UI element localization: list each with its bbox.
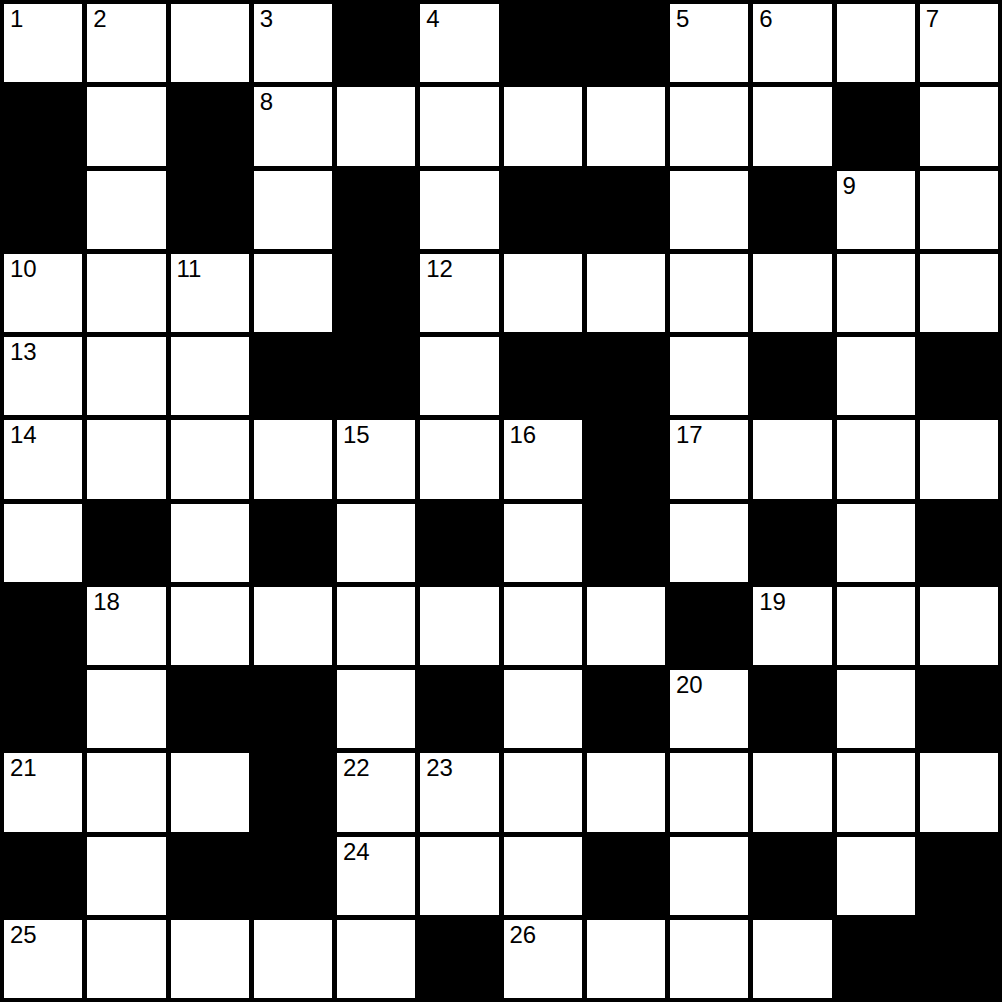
block-cell-r4c9 xyxy=(753,337,831,415)
cell-r8c6[interactable] xyxy=(504,670,582,748)
cell-r2c3[interactable] xyxy=(254,171,332,249)
cell-r4c5[interactable] xyxy=(420,337,498,415)
block-cell-r8c3 xyxy=(254,670,332,748)
cell-r3c10[interactable] xyxy=(837,254,915,332)
block-cell-r1c10 xyxy=(837,87,915,165)
cell-r3c9[interactable] xyxy=(753,254,831,332)
cell-r2c5[interactable] xyxy=(420,171,498,249)
cell-r4c1[interactable] xyxy=(87,337,165,415)
cell-r8c8[interactable]: 20 xyxy=(670,670,748,748)
cell-r7c2[interactable] xyxy=(171,587,249,665)
block-cell-r11c11 xyxy=(920,920,998,998)
cell-r1c8[interactable] xyxy=(670,87,748,165)
cell-r0c2[interactable] xyxy=(171,4,249,82)
clue-number-15: 15 xyxy=(343,421,370,449)
cell-r0c10[interactable] xyxy=(837,4,915,82)
block-cell-r6c11 xyxy=(920,504,998,582)
block-cell-r11c10 xyxy=(837,920,915,998)
clue-number-3: 3 xyxy=(260,5,273,33)
cell-r9c8[interactable] xyxy=(670,753,748,831)
cell-r7c3[interactable] xyxy=(254,587,332,665)
cell-r3c1[interactable] xyxy=(87,254,165,332)
block-cell-r10c3 xyxy=(254,837,332,915)
cell-r0c3[interactable]: 3 xyxy=(254,4,332,82)
cell-r5c10[interactable] xyxy=(837,420,915,498)
cell-r11c1[interactable] xyxy=(87,920,165,998)
clue-number-26: 26 xyxy=(510,921,537,949)
cell-r3c6[interactable] xyxy=(504,254,582,332)
cell-r10c6[interactable] xyxy=(504,837,582,915)
clue-number-4: 4 xyxy=(426,5,439,33)
cell-r3c7[interactable] xyxy=(587,254,665,332)
clue-number-10: 10 xyxy=(10,255,37,283)
cell-r5c11[interactable] xyxy=(920,420,998,498)
cell-r5c0[interactable]: 14 xyxy=(4,420,82,498)
cell-r6c8[interactable] xyxy=(670,504,748,582)
cell-r7c1[interactable]: 18 xyxy=(87,587,165,665)
cell-r5c6[interactable]: 16 xyxy=(504,420,582,498)
clue-number-5: 5 xyxy=(676,5,689,33)
clue-number-8: 8 xyxy=(260,88,273,116)
cell-r6c0[interactable] xyxy=(4,504,82,582)
cell-r6c2[interactable] xyxy=(171,504,249,582)
block-cell-r8c0 xyxy=(4,670,82,748)
block-cell-r1c0 xyxy=(4,87,82,165)
cell-r8c4[interactable] xyxy=(337,670,415,748)
block-cell-r11c5 xyxy=(420,920,498,998)
cell-r11c8[interactable] xyxy=(670,920,748,998)
cell-r10c4[interactable]: 24 xyxy=(337,837,415,915)
block-cell-r2c9 xyxy=(753,171,831,249)
block-cell-r8c9 xyxy=(753,670,831,748)
cell-r9c9[interactable] xyxy=(753,753,831,831)
clue-number-21: 21 xyxy=(10,754,37,782)
cell-r5c8[interactable]: 17 xyxy=(670,420,748,498)
block-cell-r6c1 xyxy=(87,504,165,582)
cell-r3c0[interactable]: 10 xyxy=(4,254,82,332)
clue-number-1: 1 xyxy=(10,5,23,33)
cell-r0c8[interactable]: 5 xyxy=(670,4,748,82)
cell-r10c8[interactable] xyxy=(670,837,748,915)
clue-number-20: 20 xyxy=(676,671,703,699)
cell-r9c4[interactable]: 22 xyxy=(337,753,415,831)
block-cell-r7c0 xyxy=(4,587,82,665)
crossword-grid: 1234567891011121314151617181920212223242… xyxy=(0,0,1002,1002)
clue-number-24: 24 xyxy=(343,838,370,866)
clue-number-17: 17 xyxy=(676,421,703,449)
block-cell-r7c8 xyxy=(670,587,748,665)
cell-r1c9[interactable] xyxy=(753,87,831,165)
cell-r7c5[interactable] xyxy=(420,587,498,665)
cell-r1c5[interactable] xyxy=(420,87,498,165)
cell-r2c1[interactable] xyxy=(87,171,165,249)
cell-r11c9[interactable] xyxy=(753,920,831,998)
cell-r2c10[interactable]: 9 xyxy=(837,171,915,249)
cell-r0c9[interactable]: 6 xyxy=(753,4,831,82)
cell-r10c1[interactable] xyxy=(87,837,165,915)
cell-r2c11[interactable] xyxy=(920,171,998,249)
cell-r11c0[interactable]: 25 xyxy=(4,920,82,998)
cell-r11c4[interactable] xyxy=(337,920,415,998)
cell-r5c9[interactable] xyxy=(753,420,831,498)
cell-r11c3[interactable] xyxy=(254,920,332,998)
block-cell-r4c3 xyxy=(254,337,332,415)
cell-r0c1[interactable]: 2 xyxy=(87,4,165,82)
block-cell-r6c7 xyxy=(587,504,665,582)
cell-r7c11[interactable] xyxy=(920,587,998,665)
cell-r9c10[interactable] xyxy=(837,753,915,831)
clue-number-2: 2 xyxy=(93,5,106,33)
block-cell-r0c4 xyxy=(337,4,415,82)
cell-r10c5[interactable] xyxy=(420,837,498,915)
clue-number-13: 13 xyxy=(10,338,37,366)
cell-r7c9[interactable]: 19 xyxy=(753,587,831,665)
cell-r11c6[interactable]: 26 xyxy=(504,920,582,998)
block-cell-r4c7 xyxy=(587,337,665,415)
cell-r5c3[interactable] xyxy=(254,420,332,498)
cell-r6c6[interactable] xyxy=(504,504,582,582)
clue-number-14: 14 xyxy=(10,421,37,449)
cell-r9c11[interactable] xyxy=(920,753,998,831)
cell-r11c7[interactable] xyxy=(587,920,665,998)
block-cell-r10c9 xyxy=(753,837,831,915)
cell-r6c10[interactable] xyxy=(837,504,915,582)
cell-r1c7[interactable] xyxy=(587,87,665,165)
block-cell-r1c2 xyxy=(171,87,249,165)
cell-r0c0[interactable]: 1 xyxy=(4,4,82,82)
block-cell-r9c3 xyxy=(254,753,332,831)
cell-r9c0[interactable]: 21 xyxy=(4,753,82,831)
block-cell-r2c7 xyxy=(587,171,665,249)
block-cell-r10c0 xyxy=(4,837,82,915)
cell-r4c2[interactable] xyxy=(171,337,249,415)
cell-r1c4[interactable] xyxy=(337,87,415,165)
cell-r9c7[interactable] xyxy=(587,753,665,831)
cell-r8c10[interactable] xyxy=(837,670,915,748)
cell-r7c10[interactable] xyxy=(837,587,915,665)
block-cell-r8c2 xyxy=(171,670,249,748)
cell-r5c2[interactable] xyxy=(171,420,249,498)
block-cell-r3c4 xyxy=(337,254,415,332)
clue-number-11: 11 xyxy=(177,255,202,283)
block-cell-r8c11 xyxy=(920,670,998,748)
block-cell-r8c5 xyxy=(420,670,498,748)
clue-number-22: 22 xyxy=(343,754,370,782)
cell-r7c7[interactable] xyxy=(587,587,665,665)
clue-number-18: 18 xyxy=(93,588,120,616)
cell-r9c5[interactable]: 23 xyxy=(420,753,498,831)
block-cell-r8c7 xyxy=(587,670,665,748)
block-cell-r10c2 xyxy=(171,837,249,915)
cell-r10c10[interactable] xyxy=(837,837,915,915)
block-cell-r6c3 xyxy=(254,504,332,582)
cell-r8c1[interactable] xyxy=(87,670,165,748)
block-cell-r6c9 xyxy=(753,504,831,582)
clue-number-7: 7 xyxy=(926,5,939,33)
clue-number-25: 25 xyxy=(10,921,37,949)
clue-number-9: 9 xyxy=(843,172,856,200)
cell-r1c11[interactable] xyxy=(920,87,998,165)
block-cell-r6c5 xyxy=(420,504,498,582)
block-cell-r10c11 xyxy=(920,837,998,915)
cell-r1c3[interactable]: 8 xyxy=(254,87,332,165)
cell-r0c5[interactable]: 4 xyxy=(420,4,498,82)
block-cell-r10c7 xyxy=(587,837,665,915)
cell-r4c8[interactable] xyxy=(670,337,748,415)
cell-r4c10[interactable] xyxy=(837,337,915,415)
clue-number-6: 6 xyxy=(759,5,772,33)
cell-r9c1[interactable] xyxy=(87,753,165,831)
block-cell-r2c2 xyxy=(171,171,249,249)
cell-r1c6[interactable] xyxy=(504,87,582,165)
block-cell-r4c6 xyxy=(504,337,582,415)
cell-r7c6[interactable] xyxy=(504,587,582,665)
cell-r3c3[interactable] xyxy=(254,254,332,332)
cell-r5c4[interactable]: 15 xyxy=(337,420,415,498)
cell-r3c11[interactable] xyxy=(920,254,998,332)
block-cell-r0c6 xyxy=(504,4,582,82)
cell-r11c2[interactable] xyxy=(171,920,249,998)
cell-r3c2[interactable]: 11 xyxy=(171,254,249,332)
cell-r9c6[interactable] xyxy=(504,753,582,831)
clue-number-16: 16 xyxy=(510,421,537,449)
clue-number-23: 23 xyxy=(426,754,453,782)
cell-r1c1[interactable] xyxy=(87,87,165,165)
block-cell-r2c4 xyxy=(337,171,415,249)
clue-number-12: 12 xyxy=(426,255,453,283)
cell-r3c5[interactable]: 12 xyxy=(420,254,498,332)
cell-r9c2[interactable] xyxy=(171,753,249,831)
cell-r6c4[interactable] xyxy=(337,504,415,582)
cell-r3c8[interactable] xyxy=(670,254,748,332)
cell-r7c4[interactable] xyxy=(337,587,415,665)
block-cell-r0c7 xyxy=(587,4,665,82)
block-cell-r5c7 xyxy=(587,420,665,498)
cell-r2c8[interactable] xyxy=(670,171,748,249)
cell-r5c1[interactable] xyxy=(87,420,165,498)
block-cell-r2c0 xyxy=(4,171,82,249)
block-cell-r2c6 xyxy=(504,171,582,249)
block-cell-r4c11 xyxy=(920,337,998,415)
cell-r4c0[interactable]: 13 xyxy=(4,337,82,415)
block-cell-r4c4 xyxy=(337,337,415,415)
cell-r0c11[interactable]: 7 xyxy=(920,4,998,82)
clue-number-19: 19 xyxy=(759,588,786,616)
cell-r5c5[interactable] xyxy=(420,420,498,498)
